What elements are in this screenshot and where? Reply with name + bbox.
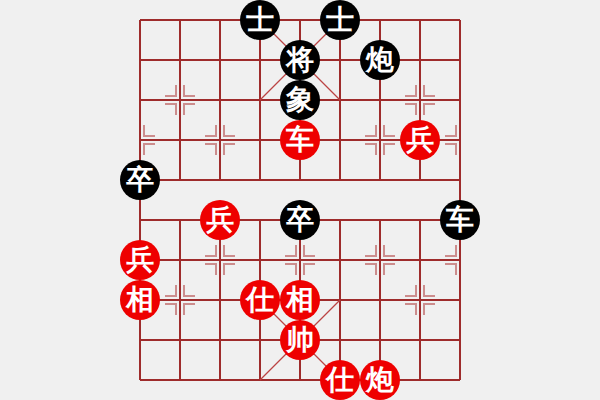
piece-red-elephant[interactable]: 相 (280, 280, 320, 320)
piece-red-soldier[interactable]: 兵 (200, 200, 240, 240)
piece-black-chariot[interactable]: 车 (440, 200, 480, 240)
piece-red-cannon[interactable]: 炮 (360, 360, 400, 400)
piece-red-advisor[interactable]: 仕 (320, 360, 360, 400)
piece-red-soldier[interactable]: 兵 (120, 240, 160, 280)
xiangqi-pieces-layer: 士士将炮象车兵卒兵卒车兵相仕相帅仕炮 (120, 0, 480, 400)
piece-red-general[interactable]: 帅 (280, 320, 320, 360)
piece-black-elephant[interactable]: 象 (280, 80, 320, 120)
piece-black-advisor[interactable]: 士 (320, 0, 360, 40)
piece-red-soldier[interactable]: 兵 (400, 120, 440, 160)
piece-black-cannon[interactable]: 炮 (360, 40, 400, 80)
piece-black-general[interactable]: 将 (280, 40, 320, 80)
piece-red-elephant[interactable]: 相 (120, 280, 160, 320)
xiangqi-board-screenshot: 士士将炮象车兵卒兵卒车兵相仕相帅仕炮 (0, 0, 600, 400)
piece-black-soldier[interactable]: 卒 (280, 200, 320, 240)
piece-red-advisor[interactable]: 仕 (240, 280, 280, 320)
piece-black-soldier[interactable]: 卒 (120, 160, 160, 200)
piece-red-chariot[interactable]: 车 (280, 120, 320, 160)
piece-black-advisor[interactable]: 士 (240, 0, 280, 40)
